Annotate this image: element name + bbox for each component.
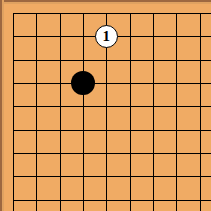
- board-intersections: 1: [1, 1, 211, 211]
- intersection-4-4: [71, 71, 94, 94]
- go-board-diagram: 1: [0, 0, 211, 211]
- white-stone-1: 1: [95, 25, 118, 48]
- board-edge-left-highlight: [2, 0, 4, 211]
- intersection-5-2: 1: [95, 25, 118, 48]
- black-stone: [71, 71, 94, 95]
- board-edge-top-highlight: [0, 2, 211, 4]
- stone-move-number: 1: [103, 28, 111, 43]
